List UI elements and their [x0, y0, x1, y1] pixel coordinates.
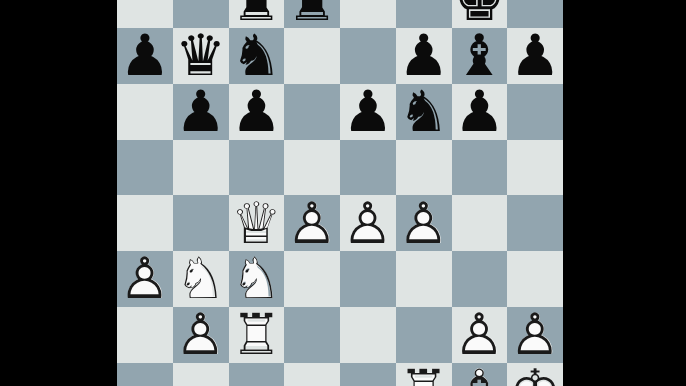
letterbox-left: [0, 0, 117, 386]
square-c2[interactable]: ♜♖: [229, 307, 285, 363]
square-a1[interactable]: [117, 363, 173, 386]
square-b3[interactable]: ♞♘: [173, 251, 229, 307]
piece-black-queen[interactable]: ♛: [173, 28, 229, 84]
piece-black-pawn[interactable]: ♟: [173, 84, 229, 140]
square-e1[interactable]: [340, 363, 396, 386]
square-e7[interactable]: [340, 28, 396, 84]
square-e5[interactable]: [340, 140, 396, 196]
square-g1[interactable]: ♝♗: [452, 363, 508, 386]
piece-white-queen[interactable]: ♛♕: [229, 195, 285, 251]
square-g7[interactable]: ♝: [452, 28, 508, 84]
square-h2[interactable]: ♟♙: [507, 307, 563, 363]
square-f3[interactable]: [396, 251, 452, 307]
square-e3[interactable]: [340, 251, 396, 307]
chess-diagram: ♜♜♚♟♛♞♟♝♟♟♟♟♞♟♛♕♟♙♟♙♟♙♟♙♞♘♞♘♟♙♜♖♟♙♟♙♜♖♝♗…: [0, 0, 686, 386]
piece-black-pawn[interactable]: ♟: [452, 84, 508, 140]
piece-glyph-outline: ♔: [507, 363, 563, 386]
piece-glyph-fill: ♝: [452, 28, 508, 84]
square-d6[interactable]: [284, 84, 340, 140]
square-c1[interactable]: [229, 363, 285, 386]
piece-white-knight[interactable]: ♞♘: [173, 251, 229, 307]
square-e8[interactable]: [340, 0, 396, 28]
square-c4[interactable]: ♛♕: [229, 195, 285, 251]
piece-glyph-fill: ♞: [229, 28, 285, 84]
piece-black-rook[interactable]: ♜: [284, 0, 340, 28]
square-b4[interactable]: [173, 195, 229, 251]
piece-glyph-outline: ♘: [229, 251, 285, 307]
square-b1[interactable]: [173, 363, 229, 386]
piece-black-pawn[interactable]: ♟: [507, 28, 563, 84]
square-d1[interactable]: [284, 363, 340, 386]
piece-glyph-outline: ♙: [507, 307, 563, 363]
square-h7[interactable]: ♟: [507, 28, 563, 84]
square-a7[interactable]: ♟: [117, 28, 173, 84]
piece-glyph-fill: ♞: [396, 84, 452, 140]
square-d2[interactable]: [284, 307, 340, 363]
piece-glyph-outline: ♖: [396, 363, 452, 386]
piece-white-pawn[interactable]: ♟♙: [284, 195, 340, 251]
square-a2[interactable]: [117, 307, 173, 363]
chess-board: ♜♜♚♟♛♞♟♝♟♟♟♟♞♟♛♕♟♙♟♙♟♙♟♙♞♘♞♘♟♙♜♖♟♙♟♙♜♖♝♗…: [117, 0, 563, 386]
square-b2[interactable]: ♟♙: [173, 307, 229, 363]
piece-black-pawn[interactable]: ♟: [340, 84, 396, 140]
piece-glyph-outline: ♗: [452, 363, 508, 386]
square-c3[interactable]: ♞♘: [229, 251, 285, 307]
piece-white-pawn[interactable]: ♟♙: [396, 195, 452, 251]
square-g5[interactable]: [452, 140, 508, 196]
piece-white-pawn[interactable]: ♟♙: [452, 307, 508, 363]
piece-glyph-fill: ♟: [229, 84, 285, 140]
piece-glyph-fill: ♟: [452, 84, 508, 140]
square-e4[interactable]: ♟♙: [340, 195, 396, 251]
square-g4[interactable]: [452, 195, 508, 251]
square-h6[interactable]: [507, 84, 563, 140]
piece-glyph-fill: ♟: [396, 28, 452, 84]
square-h4[interactable]: [507, 195, 563, 251]
square-d8[interactable]: ♜: [284, 0, 340, 28]
square-d4[interactable]: ♟♙: [284, 195, 340, 251]
square-f4[interactable]: ♟♙: [396, 195, 452, 251]
square-a3[interactable]: ♟♙: [117, 251, 173, 307]
square-f1[interactable]: ♜♖: [396, 363, 452, 386]
square-f5[interactable]: [396, 140, 452, 196]
piece-white-pawn[interactable]: ♟♙: [117, 251, 173, 307]
piece-glyph-fill: ♟: [173, 84, 229, 140]
square-f6[interactable]: ♞: [396, 84, 452, 140]
piece-glyph-outline: ♙: [396, 195, 452, 251]
piece-glyph-outline: ♕: [229, 195, 285, 251]
piece-white-rook[interactable]: ♜♖: [396, 363, 452, 386]
piece-glyph-outline: ♙: [284, 195, 340, 251]
piece-glyph-fill: ♟: [340, 84, 396, 140]
piece-glyph-fill: ♟: [117, 28, 173, 84]
piece-black-bishop[interactable]: ♝: [452, 28, 508, 84]
square-h5[interactable]: [507, 140, 563, 196]
piece-black-knight[interactable]: ♞: [229, 28, 285, 84]
piece-white-pawn[interactable]: ♟♙: [507, 307, 563, 363]
square-b6[interactable]: ♟: [173, 84, 229, 140]
square-g3[interactable]: [452, 251, 508, 307]
square-a4[interactable]: [117, 195, 173, 251]
square-c6[interactable]: ♟: [229, 84, 285, 140]
piece-glyph-outline: ♙: [340, 195, 396, 251]
square-e2[interactable]: [340, 307, 396, 363]
piece-glyph-fill: ♟: [507, 28, 563, 84]
square-h3[interactable]: [507, 251, 563, 307]
square-a5[interactable]: [117, 140, 173, 196]
piece-glyph-outline: ♙: [173, 307, 229, 363]
piece-white-knight[interactable]: ♞♘: [229, 251, 285, 307]
square-b5[interactable]: [173, 140, 229, 196]
piece-glyph-outline: ♘: [173, 251, 229, 307]
square-g2[interactable]: ♟♙: [452, 307, 508, 363]
piece-white-rook[interactable]: ♜♖: [229, 307, 285, 363]
piece-black-knight[interactable]: ♞: [396, 84, 452, 140]
piece-glyph-outline: ♖: [229, 307, 285, 363]
piece-glyph-outline: ♙: [452, 307, 508, 363]
square-h1[interactable]: ♚♔: [507, 363, 563, 386]
piece-white-pawn[interactable]: ♟♙: [340, 195, 396, 251]
piece-white-pawn[interactable]: ♟♙: [173, 307, 229, 363]
square-f7[interactable]: ♟: [396, 28, 452, 84]
piece-black-pawn[interactable]: ♟: [229, 84, 285, 140]
square-b7[interactable]: ♛: [173, 28, 229, 84]
piece-glyph-fill: ♛: [173, 28, 229, 84]
square-f2[interactable]: [396, 307, 452, 363]
square-c7[interactable]: ♞: [229, 28, 285, 84]
square-d5[interactable]: [284, 140, 340, 196]
square-e6[interactable]: ♟: [340, 84, 396, 140]
piece-white-bishop[interactable]: ♝♗: [452, 363, 508, 386]
square-d3[interactable]: [284, 251, 340, 307]
piece-black-pawn[interactable]: ♟: [117, 28, 173, 84]
piece-black-pawn[interactable]: ♟: [396, 28, 452, 84]
square-a6[interactable]: [117, 84, 173, 140]
square-g6[interactable]: ♟: [452, 84, 508, 140]
square-c5[interactable]: [229, 140, 285, 196]
piece-glyph-outline: ♙: [117, 251, 173, 307]
piece-white-king[interactable]: ♚♔: [507, 363, 563, 386]
letterbox-right: [563, 0, 686, 386]
square-d7[interactable]: [284, 28, 340, 84]
piece-glyph-fill: ♜: [284, 0, 340, 28]
